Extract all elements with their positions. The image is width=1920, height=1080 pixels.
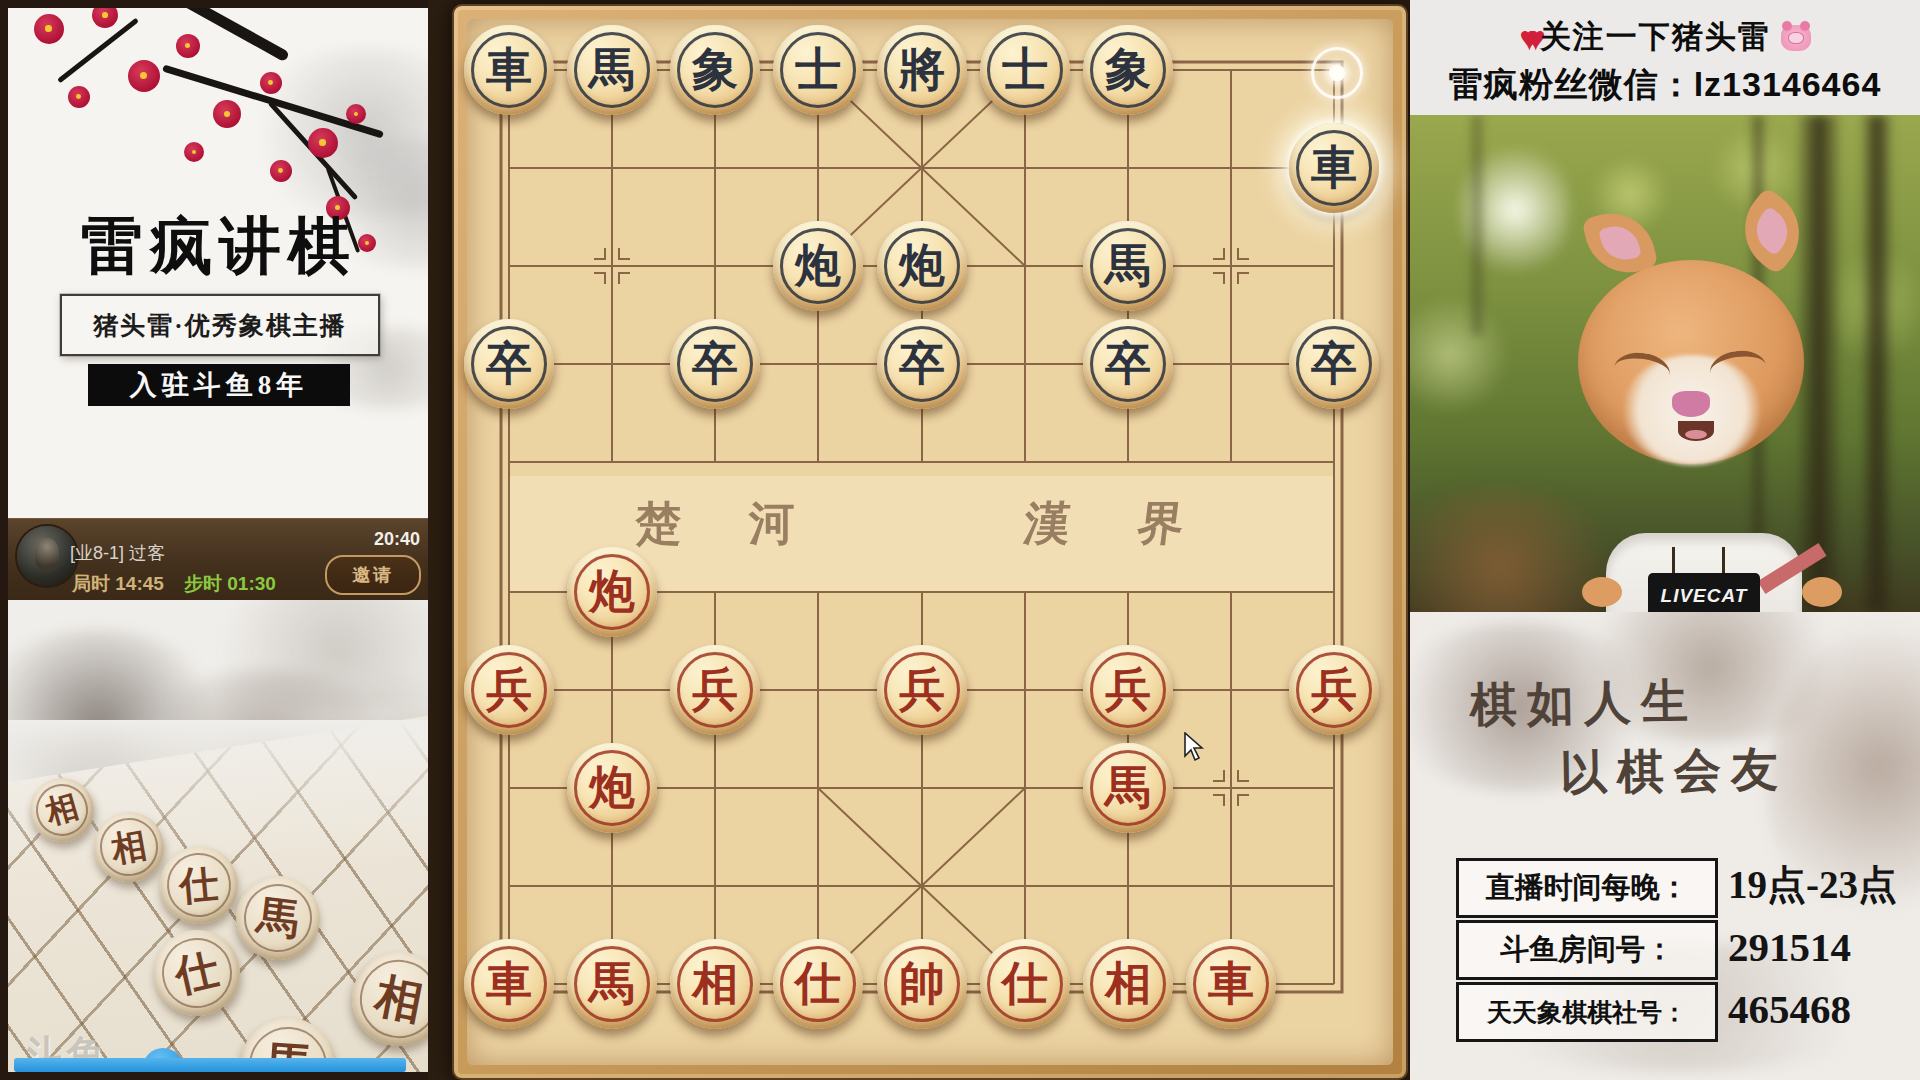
piece-士[interactable]: 士 bbox=[980, 25, 1070, 115]
piece-炮[interactable]: 炮 bbox=[567, 743, 657, 833]
piece-相[interactable]: 相 bbox=[670, 939, 760, 1029]
club-value: 465468 bbox=[1728, 982, 1851, 1036]
room-label: 斗鱼房间号： bbox=[1456, 920, 1718, 980]
board-grid bbox=[454, 6, 1406, 1078]
piece-卒[interactable]: 卒 bbox=[670, 319, 760, 409]
right-banner-panel: ♥♥关注一下猪头雷 雷疯粉丝微信：lz13146464 bbox=[1410, 0, 1920, 1080]
piece-兵[interactable]: 兵 bbox=[1083, 645, 1173, 735]
stream-screen: 雷疯讲棋 猪头雷·优秀象棋主播 入驻斗鱼8年 [业8-1] 过客 局时 14:4… bbox=[0, 0, 1920, 1080]
plum-blossom bbox=[34, 14, 64, 44]
piece-卒[interactable]: 卒 bbox=[1083, 319, 1173, 409]
piece-兵[interactable]: 兵 bbox=[877, 645, 967, 735]
follow-header: ♥♥关注一下猪头雷 雷疯粉丝微信：lz13146464 bbox=[1410, 0, 1920, 115]
club-label: 天天象棋棋社号： bbox=[1456, 982, 1718, 1042]
piece-炮[interactable]: 炮 bbox=[877, 221, 967, 311]
plum-blossom bbox=[68, 86, 90, 108]
piece-卒[interactable]: 卒 bbox=[877, 319, 967, 409]
clock: 20:40 bbox=[374, 529, 420, 550]
schedule-ink-section: 棋如人生 以棋会友 直播时间每晚： 19点-23点 斗鱼房间号： 291514 … bbox=[1410, 612, 1920, 1080]
motto-line-1: 棋如人生 bbox=[1469, 670, 1698, 737]
club-row: 天天象棋棋社号： 465468 bbox=[1410, 982, 1920, 1036]
game-time: 局时 14:45 bbox=[72, 571, 164, 597]
cat-paw bbox=[1582, 577, 1622, 607]
plum-blossom bbox=[213, 100, 241, 128]
streamer-subtitle: 猪头雷·优秀象棋主播 bbox=[60, 294, 380, 356]
piece-車[interactable]: 車 bbox=[464, 939, 554, 1029]
piece-兵[interactable]: 兵 bbox=[464, 645, 554, 735]
piece-車[interactable]: 車 bbox=[1289, 123, 1379, 213]
opponent-name: [业8-1] 过客 bbox=[70, 541, 165, 565]
schedule-value: 19点-23点 bbox=[1728, 858, 1897, 912]
ink-chess-photo: 相相仕馬仕相馬 斗鱼 bbox=[8, 600, 430, 1072]
cat-nose bbox=[1672, 391, 1710, 417]
opponent-info-bar: [业8-1] 过客 局时 14:45 步时 01:30 20:40 邀请 bbox=[8, 518, 430, 601]
plum-blossom bbox=[176, 34, 200, 58]
heart-icon: ♥♥ bbox=[1519, 19, 1531, 57]
left-banner-panel: 雷疯讲棋 猪头雷·优秀象棋主播 入驻斗鱼8年 [业8-1] 过客 局时 14:4… bbox=[8, 8, 430, 1072]
mouse-cursor bbox=[1183, 732, 1211, 762]
schedule-row: 直播时间每晚： 19点-23点 bbox=[1410, 858, 1920, 912]
piece-仕[interactable]: 仕 bbox=[980, 939, 1070, 1029]
piece-兵[interactable]: 兵 bbox=[1289, 645, 1379, 735]
room-value: 291514 bbox=[1728, 920, 1851, 974]
streamer-title: 雷疯讲棋 bbox=[8, 204, 430, 288]
piece-象[interactable]: 象 bbox=[1083, 25, 1173, 115]
plum-blossom bbox=[92, 8, 118, 28]
piece-馬[interactable]: 馬 bbox=[567, 25, 657, 115]
plum-branch bbox=[57, 18, 139, 84]
river-label-right: 漢 界 bbox=[1020, 493, 1215, 555]
cat-mouth bbox=[1678, 421, 1714, 441]
piece-馬[interactable]: 馬 bbox=[1083, 743, 1173, 833]
move-time: 步时 01:30 bbox=[184, 571, 276, 597]
piece-士[interactable]: 士 bbox=[773, 25, 863, 115]
piece-卒[interactable]: 卒 bbox=[464, 319, 554, 409]
xiangqi-board: 楚 河 漢 界 車馬象士將士象車炮炮馬卒卒卒卒卒炮兵兵兵兵兵炮馬車馬相仕帥仕相車 bbox=[452, 4, 1408, 1080]
piece-帥[interactable]: 帥 bbox=[877, 939, 967, 1029]
piece-將[interactable]: 將 bbox=[877, 25, 967, 115]
wechat-line: 雷疯粉丝微信：lz13146464 bbox=[1410, 62, 1920, 108]
plum-blossom bbox=[260, 72, 282, 94]
plum-blossom bbox=[270, 160, 292, 182]
follow-line: ♥♥关注一下猪头雷 bbox=[1410, 16, 1920, 58]
tree-trunk bbox=[1862, 115, 1892, 612]
opponent-avatar[interactable] bbox=[17, 526, 77, 586]
piece-象[interactable]: 象 bbox=[670, 25, 760, 115]
piece-車[interactable]: 車 bbox=[464, 25, 554, 115]
schedule-label: 直播时间每晚： bbox=[1456, 858, 1718, 918]
plum-blossom bbox=[308, 128, 338, 158]
river-label-left: 楚 河 bbox=[635, 493, 823, 555]
plum-blossom bbox=[184, 142, 204, 162]
plum-blossom bbox=[128, 60, 160, 92]
piece-炮[interactable]: 炮 bbox=[773, 221, 863, 311]
invite-button[interactable]: 邀请 bbox=[325, 555, 421, 595]
piece-相[interactable]: 相 bbox=[1083, 939, 1173, 1029]
streamer-badge: 入驻斗鱼8年 bbox=[88, 364, 350, 406]
cat-paw bbox=[1802, 577, 1842, 607]
bottom-blue-bar bbox=[14, 1058, 406, 1072]
piece-馬[interactable]: 馬 bbox=[567, 939, 657, 1029]
piece-仕[interactable]: 仕 bbox=[773, 939, 863, 1029]
motto-line-2: 以棋会友 bbox=[1559, 738, 1788, 805]
tree-trunk bbox=[1798, 115, 1840, 612]
cat-mascot-image: LIVECAT bbox=[1410, 115, 1920, 612]
room-row: 斗鱼房间号： 291514 bbox=[1410, 920, 1920, 974]
piece-卒[interactable]: 卒 bbox=[1289, 319, 1379, 409]
piece-馬[interactable]: 馬 bbox=[1083, 221, 1173, 311]
hoodie-patch: LIVECAT bbox=[1648, 573, 1760, 612]
bokeh bbox=[1410, 295, 1510, 415]
piece-炮[interactable]: 炮 bbox=[567, 547, 657, 637]
board-zone: 楚 河 漢 界 車馬象士將士象車炮炮馬卒卒卒卒卒炮兵兵兵兵兵炮馬車馬相仕帥仕相車 bbox=[428, 0, 1416, 1080]
plum-blossom bbox=[346, 104, 366, 124]
piece-車[interactable]: 車 bbox=[1186, 939, 1276, 1029]
tree-trunk bbox=[1470, 115, 1484, 335]
last-move-origin-marker bbox=[1311, 47, 1363, 99]
piece-兵[interactable]: 兵 bbox=[670, 645, 760, 735]
cat-hoodie: LIVECAT bbox=[1606, 533, 1802, 612]
pig-emoji-icon bbox=[1781, 25, 1811, 51]
